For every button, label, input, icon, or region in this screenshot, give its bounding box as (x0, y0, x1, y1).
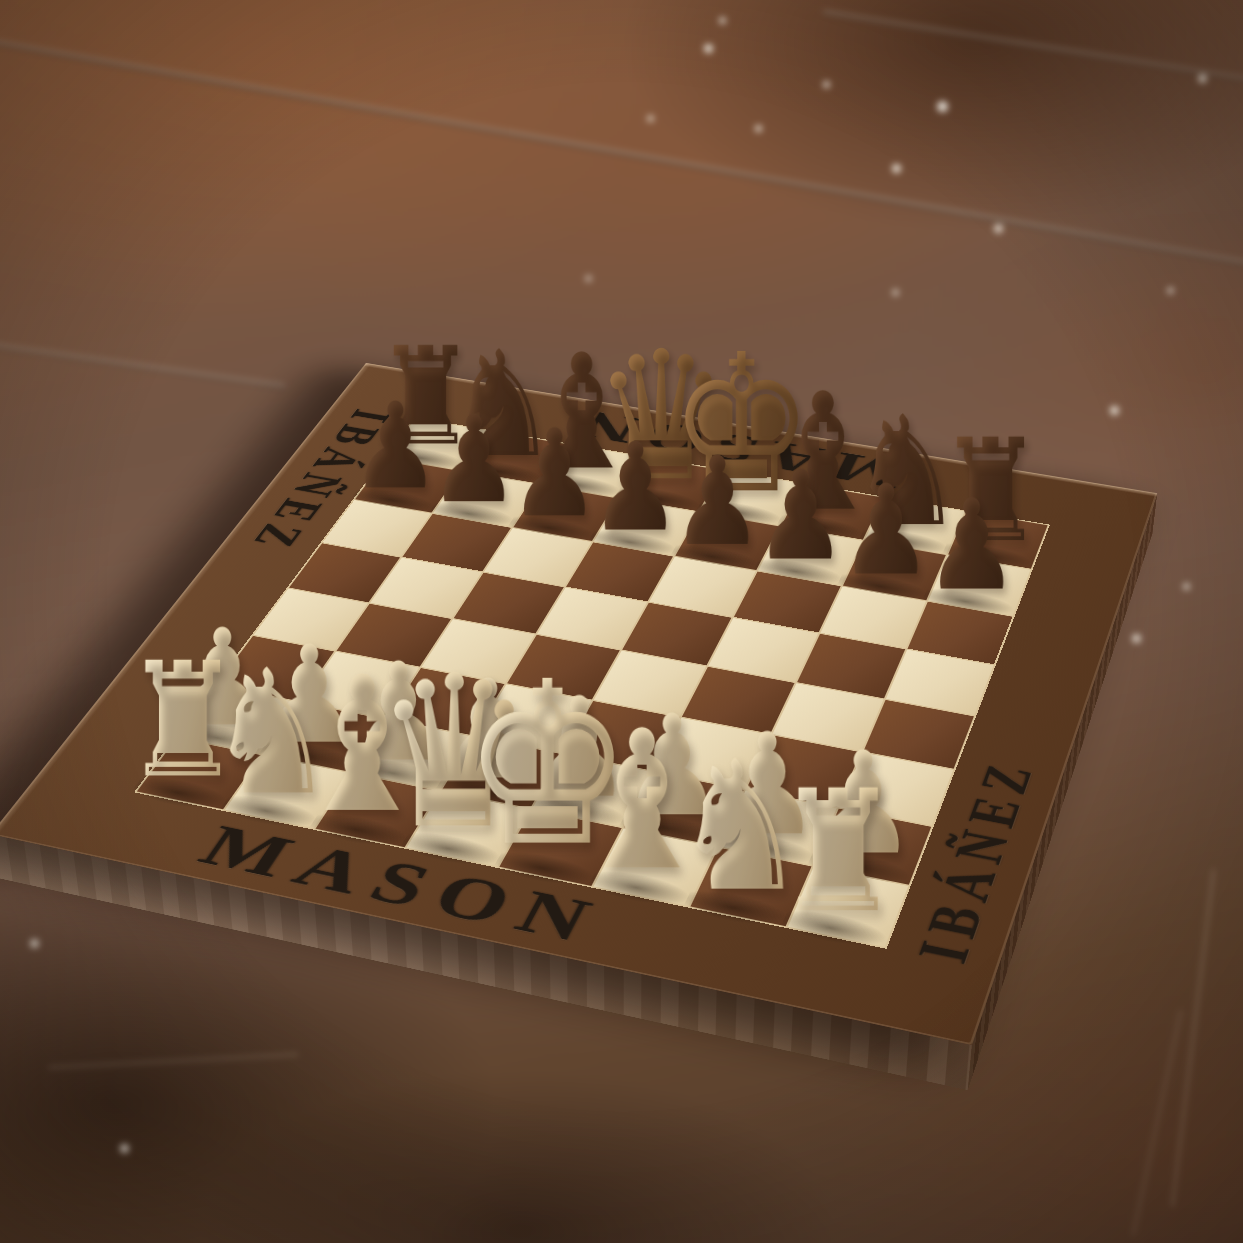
piece-white-rook: ♜ (774, 773, 900, 933)
piece-black-pawn: ♟ (924, 486, 1018, 605)
photo-scene: MASON IBÁÑEZ IBÁÑEZ MASON ♜♞♝♛♚♝♞♜♟♟♟♟♟♟… (0, 0, 1243, 1243)
square-h6 (907, 601, 1012, 664)
piece-black-pawn: ♟ (429, 403, 519, 517)
